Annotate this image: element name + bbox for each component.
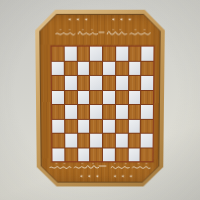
board-square-h3 [141,119,153,132]
photo-background: ✶ ✶ ✶ ✶ ✶ ✶ ✶ ✶ ✶ ✶ ✶ ✶ [0,0,200,200]
board-square-b1 [65,148,77,161]
board-square-f7 [116,61,128,75]
board-square-d6 [90,76,102,90]
board-square-b4 [65,105,77,118]
board-square-e6 [103,76,115,90]
board-square-e2 [103,134,115,147]
board-square-d5 [90,91,102,104]
board-square-a1 [52,148,64,161]
board-square-g2 [128,134,140,147]
board-square-d1 [90,148,102,161]
board-square-e7 [103,61,115,75]
board-square-d2 [90,134,102,147]
board-square-h6 [141,76,153,90]
board-square-g8 [129,47,141,61]
board-square-h7 [141,61,153,75]
top-inscription [55,28,150,37]
frame-groove: ✶ ✶ ✶ ✶ ✶ ✶ ✶ ✶ ✶ ✶ ✶ ✶ [39,14,161,183]
board-square-a3 [52,119,64,132]
board-square-d7 [90,61,102,75]
board-square-f3 [116,119,128,132]
board-square-h8 [142,47,154,61]
board-square-d3 [90,119,102,132]
board-square-e8 [103,47,115,61]
board-square-c5 [77,91,89,104]
star-decoration-top-left: ✶ ✶ ✶ [68,17,90,22]
board-square-g5 [128,91,140,104]
board-square-b8 [64,47,76,61]
board-square-e3 [103,119,115,132]
board-square-c7 [77,61,89,75]
board-square-f1 [116,148,128,161]
board [51,46,155,163]
checkers-board-plaque: ✶ ✶ ✶ ✶ ✶ ✶ ✶ ✶ ✶ ✶ ✶ ✶ [35,10,165,187]
bottom-inscription [50,162,151,171]
board-square-c8 [77,47,89,61]
board-square-d4 [90,105,102,118]
board-square-f4 [116,105,128,118]
board-field: ✶ ✶ ✶ ✶ ✶ ✶ ✶ ✶ ✶ ✶ ✶ ✶ [40,15,160,182]
board-square-e5 [103,91,115,104]
board-square-h2 [141,134,153,147]
board-square-f6 [116,76,128,90]
board-square-g3 [128,119,140,132]
board-square-a2 [52,134,64,147]
board-square-c2 [78,134,90,147]
star-decoration-bottom-left: ✶ ✶ ✶ [79,174,101,179]
star-decoration-top-right: ✶ ✶ ✶ [111,17,133,22]
board-square-b3 [65,119,77,132]
board-square-g6 [129,76,141,90]
board-square-a4 [52,105,64,118]
board-square-c4 [78,105,90,118]
board-square-e4 [103,105,115,118]
board-square-a5 [52,91,64,104]
board-square-a7 [52,61,64,75]
board-square-h4 [141,105,153,118]
board-square-g1 [128,148,140,161]
board-square-g4 [128,105,140,118]
board-square-f5 [116,91,128,104]
board-square-f8 [116,47,128,61]
board-square-c1 [78,148,90,161]
board-square-h5 [141,91,153,104]
board-square-b6 [65,76,77,90]
board-square-b2 [65,134,77,147]
board-square-e1 [103,148,115,161]
board-square-c6 [77,76,89,90]
board-square-d8 [90,47,102,61]
board-square-b5 [65,91,77,104]
star-decoration-bottom-right: ✶ ✶ ✶ [113,174,135,179]
board-square-b7 [65,61,77,75]
board-square-c3 [78,119,90,132]
board-square-h1 [141,148,153,161]
board-square-a6 [52,76,64,90]
board-square-g7 [129,61,141,75]
board-square-f2 [116,134,128,147]
board-square-a8 [52,47,64,61]
